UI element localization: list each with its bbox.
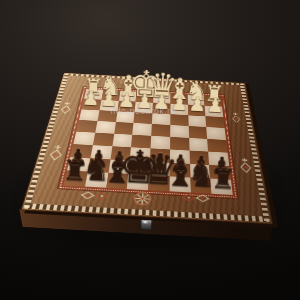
- square[interactable]: ♜: [63, 171, 87, 187]
- square[interactable]: [79, 109, 99, 121]
- square[interactable]: [206, 116, 225, 128]
- square[interactable]: ♜: [210, 179, 232, 195]
- square[interactable]: [73, 132, 95, 145]
- square[interactable]: [114, 122, 134, 135]
- square[interactable]: [206, 127, 226, 140]
- chess-piece-white-p[interactable]: ♟: [205, 96, 224, 116]
- perspective-wrapper: ♜♞♝♚♛♝♞♜♟♟♟♟♟♟♟♟♟♟♟♟♟♟♟♟♜♞♝♚♛♝♞♜: [7, 15, 292, 300]
- square[interactable]: ♝: [106, 173, 129, 189]
- cross-diamond-ornament: [237, 157, 253, 174]
- square[interactable]: [132, 123, 151, 136]
- square[interactable]: [93, 133, 114, 146]
- cross-diamond-ornament: [230, 112, 242, 124]
- square[interactable]: [170, 125, 189, 138]
- checkered-inlay-ribbon: [240, 84, 270, 222]
- chess-board: ♜♞♝♚♛♝♞♜♟♟♟♟♟♟♟♟♟♟♟♟♟♟♟♟♜♞♝♚♛♝♞♜: [63, 89, 232, 195]
- chess-piece-black-r[interactable]: ♜: [62, 158, 88, 185]
- chess-box: ♜♞♝♚♛♝♞♜♟♟♟♟♟♟♟♟♟♟♟♟♟♟♟♟♜♞♝♚♛♝♞♜: [20, 72, 273, 224]
- square[interactable]: [189, 138, 209, 152]
- chess-piece-black-r[interactable]: ♜: [210, 166, 236, 193]
- chess-piece-black-b[interactable]: ♝: [164, 156, 197, 191]
- eight-point-star-medallion: [132, 191, 153, 207]
- chess-piece-black-b[interactable]: ♝: [101, 153, 134, 188]
- metal-clasp[interactable]: [140, 218, 154, 230]
- box-front-panel: [19, 209, 274, 241]
- chess-piece-white-p[interactable]: ♟: [188, 95, 207, 115]
- chess-piece-white-p[interactable]: ♟: [82, 89, 101, 109]
- cross-diamond-ornament: [58, 102, 74, 115]
- watermark-text: fido-podarok.ru: [110, 107, 176, 116]
- square[interactable]: [188, 126, 207, 139]
- double-diamond-leaf-ornament: [79, 190, 111, 202]
- square[interactable]: ♝: [169, 176, 190, 192]
- photo-scene: ♜♞♝♚♛♝♞♜♟♟♟♟♟♟♟♟♟♟♟♟♟♟♟♟♜♞♝♚♛♝♞♜ fido-po…: [0, 0, 300, 300]
- square[interactable]: [76, 120, 97, 133]
- double-diamond-leaf-ornament: [181, 192, 211, 204]
- square[interactable]: [95, 121, 115, 134]
- square[interactable]: [207, 139, 227, 153]
- square[interactable]: [151, 124, 170, 137]
